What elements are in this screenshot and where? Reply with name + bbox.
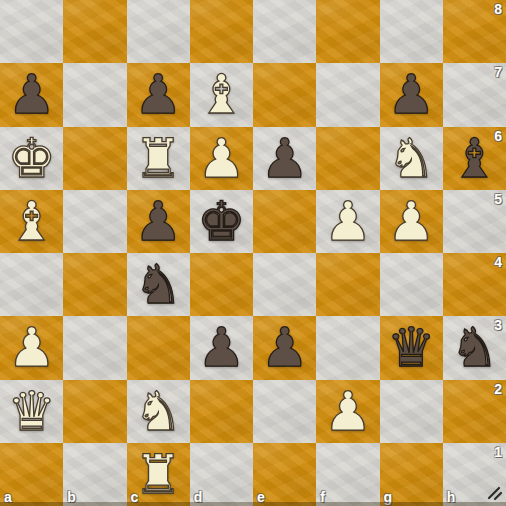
rank-label-7: 7 xyxy=(494,64,502,80)
white-pawn-d6[interactable]: ♟ xyxy=(197,127,245,190)
file-label-g: g xyxy=(384,489,393,505)
square-d8[interactable] xyxy=(190,0,253,63)
square-b3[interactable] xyxy=(63,316,126,379)
black-pawn-c5[interactable]: ♟ xyxy=(134,190,182,253)
square-h4[interactable]: 4 xyxy=(443,253,506,316)
square-a2[interactable]: ♛ xyxy=(0,380,63,443)
square-b2[interactable] xyxy=(63,380,126,443)
white-pawn-a3[interactable]: ♟ xyxy=(7,316,55,379)
rank-label-4: 4 xyxy=(494,254,502,270)
square-b5[interactable] xyxy=(63,190,126,253)
black-king-d5[interactable]: ♚ xyxy=(197,190,245,253)
white-knight-c2[interactable]: ♞ xyxy=(134,380,182,443)
board-container: 8♟♟♝♟7♚♜♟♟♞6♝♝♟♚♟♟5♞4♟♟♟♛3♞♛♞♟2abc♜defg1… xyxy=(0,0,506,506)
white-king-a6[interactable]: ♚ xyxy=(7,127,55,190)
square-c1[interactable]: c♜ xyxy=(127,443,190,506)
square-g6[interactable]: ♞ xyxy=(380,127,443,190)
square-g2[interactable] xyxy=(380,380,443,443)
square-h8[interactable]: 8 xyxy=(443,0,506,63)
square-e1[interactable]: e xyxy=(253,443,316,506)
square-c2[interactable]: ♞ xyxy=(127,380,190,443)
square-b1[interactable]: b xyxy=(63,443,126,506)
square-a3[interactable]: ♟ xyxy=(0,316,63,379)
black-pawn-a7[interactable]: ♟ xyxy=(7,63,55,126)
square-b7[interactable] xyxy=(63,63,126,126)
square-c4[interactable]: ♞ xyxy=(127,253,190,316)
rank-label-8: 8 xyxy=(494,1,502,17)
square-b8[interactable] xyxy=(63,0,126,63)
square-a8[interactable] xyxy=(0,0,63,63)
square-f8[interactable] xyxy=(316,0,379,63)
square-e7[interactable] xyxy=(253,63,316,126)
black-bishop-h6[interactable]: ♝ xyxy=(450,127,498,190)
square-f5[interactable]: ♟ xyxy=(316,190,379,253)
white-knight-g6[interactable]: ♞ xyxy=(387,127,435,190)
square-f6[interactable] xyxy=(316,127,379,190)
square-g4[interactable] xyxy=(380,253,443,316)
square-d2[interactable] xyxy=(190,380,253,443)
chess-board: 8♟♟♝♟7♚♜♟♟♞6♝♝♟♚♟♟5♞4♟♟♟♛3♞♛♞♟2abc♜defg1… xyxy=(0,0,506,506)
square-a1[interactable]: a xyxy=(0,443,63,506)
square-d1[interactable]: d xyxy=(190,443,253,506)
rank-label-1: 1 xyxy=(494,444,502,460)
square-f4[interactable] xyxy=(316,253,379,316)
square-h6[interactable]: 6♝ xyxy=(443,127,506,190)
square-c6[interactable]: ♜ xyxy=(127,127,190,190)
square-d3[interactable]: ♟ xyxy=(190,316,253,379)
black-pawn-d3[interactable]: ♟ xyxy=(197,316,245,379)
black-pawn-g7[interactable]: ♟ xyxy=(387,63,435,126)
rank-label-5: 5 xyxy=(494,191,502,207)
square-f2[interactable]: ♟ xyxy=(316,380,379,443)
square-f1[interactable]: f xyxy=(316,443,379,506)
square-h7[interactable]: 7 xyxy=(443,63,506,126)
white-pawn-f5[interactable]: ♟ xyxy=(324,190,372,253)
black-pawn-e6[interactable]: ♟ xyxy=(260,127,308,190)
white-pawn-f2[interactable]: ♟ xyxy=(324,380,372,443)
square-d4[interactable] xyxy=(190,253,253,316)
white-queen-a2[interactable]: ♛ xyxy=(7,380,55,443)
square-a7[interactable]: ♟ xyxy=(0,63,63,126)
square-h2[interactable]: 2 xyxy=(443,380,506,443)
black-queen-g3[interactable]: ♛ xyxy=(387,316,435,379)
white-bishop-a5[interactable]: ♝ xyxy=(7,190,55,253)
square-h5[interactable]: 5 xyxy=(443,190,506,253)
black-pawn-c7[interactable]: ♟ xyxy=(134,63,182,126)
file-label-f: f xyxy=(320,489,325,505)
black-pawn-e3[interactable]: ♟ xyxy=(260,316,308,379)
square-e6[interactable]: ♟ xyxy=(253,127,316,190)
square-b6[interactable] xyxy=(63,127,126,190)
square-c8[interactable] xyxy=(127,0,190,63)
square-g5[interactable]: ♟ xyxy=(380,190,443,253)
resize-handle-icon[interactable] xyxy=(486,484,504,502)
square-c5[interactable]: ♟ xyxy=(127,190,190,253)
file-label-b: b xyxy=(67,489,76,505)
file-label-d: d xyxy=(194,489,203,505)
file-label-h: h xyxy=(447,489,456,505)
square-a4[interactable] xyxy=(0,253,63,316)
square-e4[interactable] xyxy=(253,253,316,316)
square-g7[interactable]: ♟ xyxy=(380,63,443,126)
square-e8[interactable] xyxy=(253,0,316,63)
square-f3[interactable] xyxy=(316,316,379,379)
square-d6[interactable]: ♟ xyxy=(190,127,253,190)
square-a5[interactable]: ♝ xyxy=(0,190,63,253)
file-label-e: e xyxy=(257,489,265,505)
square-a6[interactable]: ♚ xyxy=(0,127,63,190)
square-g8[interactable] xyxy=(380,0,443,63)
square-g1[interactable]: g xyxy=(380,443,443,506)
white-rook-c6[interactable]: ♜ xyxy=(134,127,182,190)
square-d7[interactable]: ♝ xyxy=(190,63,253,126)
square-e2[interactable] xyxy=(253,380,316,443)
black-knight-c4[interactable]: ♞ xyxy=(134,253,182,316)
square-f7[interactable] xyxy=(316,63,379,126)
square-e3[interactable]: ♟ xyxy=(253,316,316,379)
white-pawn-g5[interactable]: ♟ xyxy=(387,190,435,253)
square-c3[interactable] xyxy=(127,316,190,379)
square-c7[interactable]: ♟ xyxy=(127,63,190,126)
square-d5[interactable]: ♚ xyxy=(190,190,253,253)
square-e5[interactable] xyxy=(253,190,316,253)
white-rook-c1[interactable]: ♜ xyxy=(134,443,182,506)
black-knight-h3[interactable]: ♞ xyxy=(450,316,498,379)
square-g3[interactable]: ♛ xyxy=(380,316,443,379)
file-label-a: a xyxy=(4,489,12,505)
square-h3[interactable]: 3♞ xyxy=(443,316,506,379)
white-bishop-d7[interactable]: ♝ xyxy=(197,63,245,126)
rank-label-2: 2 xyxy=(494,381,502,397)
square-b4[interactable] xyxy=(63,253,126,316)
